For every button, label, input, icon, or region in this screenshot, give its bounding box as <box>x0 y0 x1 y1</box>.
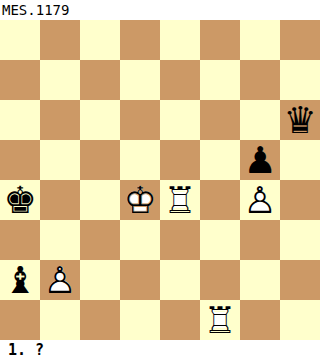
square-c5[interactable] <box>80 140 120 180</box>
square-a2[interactable]: ♝ <box>0 260 40 300</box>
square-f7[interactable] <box>200 60 240 100</box>
square-g2[interactable] <box>240 260 280 300</box>
white-pawn-fill: ♟ <box>240 180 280 220</box>
square-d1[interactable] <box>120 300 160 340</box>
black-king: ♚ <box>0 180 40 220</box>
white-king-fill: ♚ <box>120 180 160 220</box>
square-b4[interactable] <box>40 180 80 220</box>
chess-board: ♛♟♚♚♔♜♖♟♙♝♟♙♜♖ <box>0 20 320 340</box>
square-f1[interactable]: ♜♖ <box>200 300 240 340</box>
square-a6[interactable] <box>0 100 40 140</box>
white-rook-fill: ♜ <box>160 180 200 220</box>
square-a3[interactable] <box>0 220 40 260</box>
white-king: ♔ <box>120 180 160 220</box>
black-pawn: ♟ <box>240 140 280 180</box>
square-b1[interactable] <box>40 300 80 340</box>
square-f5[interactable] <box>200 140 240 180</box>
square-h2[interactable] <box>280 260 320 300</box>
square-d3[interactable] <box>120 220 160 260</box>
square-b8[interactable] <box>40 20 80 60</box>
square-h3[interactable] <box>280 220 320 260</box>
square-h6[interactable]: ♛ <box>280 100 320 140</box>
square-c6[interactable] <box>80 100 120 140</box>
white-pawn: ♙ <box>240 180 280 220</box>
square-f6[interactable] <box>200 100 240 140</box>
square-c4[interactable] <box>80 180 120 220</box>
square-g1[interactable] <box>240 300 280 340</box>
square-c7[interactable] <box>80 60 120 100</box>
square-a5[interactable] <box>0 140 40 180</box>
white-rook: ♖ <box>200 300 240 340</box>
square-b5[interactable] <box>40 140 80 180</box>
white-pawn: ♙ <box>40 260 80 300</box>
white-pawn-fill: ♟ <box>40 260 80 300</box>
white-rook: ♖ <box>160 180 200 220</box>
square-e6[interactable] <box>160 100 200 140</box>
square-a1[interactable] <box>0 300 40 340</box>
square-e5[interactable] <box>160 140 200 180</box>
square-d8[interactable] <box>120 20 160 60</box>
square-f2[interactable] <box>200 260 240 300</box>
white-rook-fill: ♜ <box>200 300 240 340</box>
square-g8[interactable] <box>240 20 280 60</box>
square-e2[interactable] <box>160 260 200 300</box>
square-f8[interactable] <box>200 20 240 60</box>
square-e1[interactable] <box>160 300 200 340</box>
square-g4[interactable]: ♟♙ <box>240 180 280 220</box>
black-bishop: ♝ <box>0 260 40 300</box>
black-queen: ♛ <box>280 100 320 140</box>
square-d7[interactable] <box>120 60 160 100</box>
square-a8[interactable] <box>0 20 40 60</box>
square-a7[interactable] <box>0 60 40 100</box>
square-g5[interactable]: ♟ <box>240 140 280 180</box>
square-b7[interactable] <box>40 60 80 100</box>
square-c2[interactable] <box>80 260 120 300</box>
square-b2[interactable]: ♟♙ <box>40 260 80 300</box>
square-f3[interactable] <box>200 220 240 260</box>
square-g7[interactable] <box>240 60 280 100</box>
square-c8[interactable] <box>80 20 120 60</box>
square-b6[interactable] <box>40 100 80 140</box>
square-c1[interactable] <box>80 300 120 340</box>
square-f4[interactable] <box>200 180 240 220</box>
square-a4[interactable]: ♚ <box>0 180 40 220</box>
square-d6[interactable] <box>120 100 160 140</box>
square-e3[interactable] <box>160 220 200 260</box>
square-d2[interactable] <box>120 260 160 300</box>
square-g6[interactable] <box>240 100 280 140</box>
square-c3[interactable] <box>80 220 120 260</box>
square-d5[interactable] <box>120 140 160 180</box>
square-g3[interactable] <box>240 220 280 260</box>
square-h7[interactable] <box>280 60 320 100</box>
square-h4[interactable] <box>280 180 320 220</box>
square-d4[interactable]: ♚♔ <box>120 180 160 220</box>
problem-id: MES.1179 <box>0 0 320 20</box>
move-prompt: 1. ? <box>0 340 320 360</box>
square-h8[interactable] <box>280 20 320 60</box>
square-e8[interactable] <box>160 20 200 60</box>
square-h1[interactable] <box>280 300 320 340</box>
square-e7[interactable] <box>160 60 200 100</box>
square-h5[interactable] <box>280 140 320 180</box>
square-b3[interactable] <box>40 220 80 260</box>
square-e4[interactable]: ♜♖ <box>160 180 200 220</box>
